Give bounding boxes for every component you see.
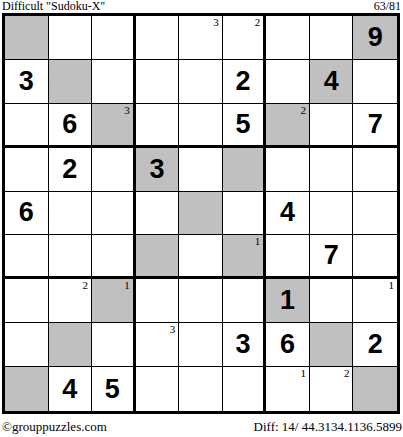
cell-r3c1[interactable] bbox=[5, 104, 49, 148]
cell-value: 3 bbox=[236, 331, 251, 358]
cell-r5c1[interactable]: 6 bbox=[5, 192, 49, 236]
pencil-mark: 3 bbox=[213, 17, 219, 28]
cell-r5c3[interactable] bbox=[92, 192, 136, 236]
cell-r8c1[interactable] bbox=[5, 323, 49, 367]
cell-r7c1[interactable] bbox=[5, 279, 49, 323]
cell-r1c1[interactable] bbox=[5, 16, 49, 60]
cell-r2c8[interactable]: 4 bbox=[310, 60, 354, 104]
cell-r2c6[interactable]: 2 bbox=[223, 60, 267, 104]
cell-value: 5 bbox=[105, 376, 120, 403]
cell-r1c3[interactable] bbox=[92, 16, 136, 60]
progress-counter: 63/81 bbox=[374, 0, 401, 12]
cell-r5c9[interactable] bbox=[353, 192, 397, 236]
cell-r5c7[interactable]: 4 bbox=[266, 192, 310, 236]
cell-value: 3 bbox=[149, 156, 164, 183]
cell-r3c7[interactable]: 2 bbox=[266, 104, 310, 148]
cell-r1c7[interactable] bbox=[266, 16, 310, 60]
cell-r9c6[interactable] bbox=[223, 367, 267, 411]
cell-r2c1[interactable]: 3 bbox=[5, 60, 49, 104]
pencil-mark: 1 bbox=[124, 280, 130, 291]
cell-r3c5[interactable] bbox=[179, 104, 223, 148]
pencil-mark: 3 bbox=[170, 324, 176, 335]
cell-value: 7 bbox=[324, 242, 339, 269]
cell-r6c8[interactable]: 7 bbox=[310, 235, 354, 279]
cell-r4c9[interactable] bbox=[353, 148, 397, 192]
pencil-mark: 2 bbox=[83, 280, 89, 291]
cell-r4c8[interactable] bbox=[310, 148, 354, 192]
cell-r5c2[interactable] bbox=[49, 192, 93, 236]
cell-r8c9[interactable]: 2 bbox=[353, 323, 397, 367]
cell-r8c4[interactable]: 3 bbox=[136, 323, 180, 367]
pencil-mark: 1 bbox=[255, 236, 261, 247]
cell-value: 6 bbox=[62, 111, 77, 138]
cell-r3c4[interactable] bbox=[136, 104, 180, 148]
cell-r6c4[interactable] bbox=[136, 235, 180, 279]
cell-r2c5[interactable] bbox=[179, 60, 223, 104]
cell-r2c2[interactable] bbox=[49, 60, 93, 104]
cell-r6c2[interactable] bbox=[49, 235, 93, 279]
cell-value: 6 bbox=[19, 199, 34, 226]
sudoku-board: 32932463527236417211133624512 bbox=[2, 13, 400, 414]
sudoku-page: Difficult "Sudoku-X" 63/81 3293246352723… bbox=[0, 0, 403, 437]
cell-r5c4[interactable] bbox=[136, 192, 180, 236]
cell-value: 7 bbox=[368, 111, 383, 138]
cell-r7c8[interactable] bbox=[310, 279, 354, 323]
cell-r7c5[interactable] bbox=[179, 279, 223, 323]
cell-r3c2[interactable]: 6 bbox=[49, 104, 93, 148]
cell-value: 4 bbox=[62, 376, 77, 403]
cell-r8c8[interactable] bbox=[310, 323, 354, 367]
difficulty-text: Diff: 14/ 44.3134.1136.5899 bbox=[254, 420, 402, 434]
cell-r6c3[interactable] bbox=[92, 235, 136, 279]
cell-r6c9[interactable] bbox=[353, 235, 397, 279]
cell-r2c9[interactable] bbox=[353, 60, 397, 104]
cell-r8c5[interactable] bbox=[179, 323, 223, 367]
cell-r9c9[interactable] bbox=[353, 367, 397, 411]
cell-r3c3[interactable]: 3 bbox=[92, 104, 136, 148]
cell-value: 2 bbox=[62, 156, 77, 183]
copyright-text: ©grouppuzzles.com bbox=[2, 420, 107, 434]
cell-r4c3[interactable] bbox=[92, 148, 136, 192]
cell-r4c6[interactable] bbox=[223, 148, 267, 192]
cell-r1c2[interactable] bbox=[49, 16, 93, 60]
cell-r9c8[interactable]: 2 bbox=[310, 367, 354, 411]
pencil-mark: 3 bbox=[124, 105, 130, 116]
cell-r7c9[interactable]: 1 bbox=[353, 279, 397, 323]
cell-r2c7[interactable] bbox=[266, 60, 310, 104]
cell-r4c5[interactable] bbox=[179, 148, 223, 192]
cell-r8c6[interactable]: 3 bbox=[223, 323, 267, 367]
pencil-mark: 2 bbox=[255, 17, 261, 28]
cell-r4c7[interactable] bbox=[266, 148, 310, 192]
cell-r1c5[interactable]: 3 bbox=[179, 16, 223, 60]
footer-bar: ©grouppuzzles.com Diff: 14/ 44.3134.1136… bbox=[0, 420, 403, 434]
cell-r4c4[interactable]: 3 bbox=[136, 148, 180, 192]
cell-r1c6[interactable]: 2 bbox=[223, 16, 267, 60]
pencil-mark: 1 bbox=[300, 368, 306, 379]
cell-r5c8[interactable] bbox=[310, 192, 354, 236]
cell-r3c6[interactable]: 5 bbox=[223, 104, 267, 148]
cell-r2c3[interactable] bbox=[92, 60, 136, 104]
cell-r2c4[interactable] bbox=[136, 60, 180, 104]
cell-r9c5[interactable] bbox=[179, 367, 223, 411]
cell-value: 2 bbox=[236, 68, 251, 95]
cell-r6c5[interactable] bbox=[179, 235, 223, 279]
cell-r6c1[interactable] bbox=[5, 235, 49, 279]
pencil-mark: 2 bbox=[344, 368, 350, 379]
cell-value: 1 bbox=[280, 287, 295, 314]
cell-r6c7[interactable] bbox=[266, 235, 310, 279]
cell-r3c9[interactable]: 7 bbox=[353, 104, 397, 148]
cell-r4c1[interactable] bbox=[5, 148, 49, 192]
cell-value: 2 bbox=[368, 331, 383, 358]
cell-value: 9 bbox=[368, 24, 383, 51]
cell-r4c2[interactable]: 2 bbox=[49, 148, 93, 192]
cell-value: 3 bbox=[19, 68, 34, 95]
cell-r9c4[interactable] bbox=[136, 367, 180, 411]
cell-r7c2[interactable]: 2 bbox=[49, 279, 93, 323]
pencil-mark: 2 bbox=[300, 105, 306, 116]
cell-r7c6[interactable] bbox=[223, 279, 267, 323]
cell-r1c4[interactable] bbox=[136, 16, 180, 60]
cell-r7c7[interactable]: 1 bbox=[266, 279, 310, 323]
cell-r9c3[interactable]: 5 bbox=[92, 367, 136, 411]
cell-r1c9[interactable]: 9 bbox=[353, 16, 397, 60]
cell-r9c7[interactable]: 1 bbox=[266, 367, 310, 411]
cell-r5c5[interactable] bbox=[179, 192, 223, 236]
cell-r8c7[interactable]: 6 bbox=[266, 323, 310, 367]
pencil-mark: 1 bbox=[389, 280, 395, 291]
cell-r6c6[interactable]: 1 bbox=[223, 235, 267, 279]
cell-value: 5 bbox=[236, 111, 251, 138]
header-bar: Difficult "Sudoku-X" 63/81 bbox=[0, 0, 403, 13]
cell-r7c4[interactable] bbox=[136, 279, 180, 323]
cell-r7c3[interactable]: 1 bbox=[92, 279, 136, 323]
cell-r8c2[interactable] bbox=[49, 323, 93, 367]
cell-r8c3[interactable] bbox=[92, 323, 136, 367]
cell-value: 6 bbox=[280, 331, 295, 358]
cell-r9c1[interactable] bbox=[5, 367, 49, 411]
cell-r3c8[interactable] bbox=[310, 104, 354, 148]
cell-r9c2[interactable]: 4 bbox=[49, 367, 93, 411]
cell-r5c6[interactable] bbox=[223, 192, 267, 236]
page-title: Difficult "Sudoku-X" bbox=[2, 0, 105, 12]
cell-value: 4 bbox=[324, 68, 339, 95]
cell-r1c8[interactable] bbox=[310, 16, 354, 60]
cell-value: 4 bbox=[280, 199, 295, 226]
